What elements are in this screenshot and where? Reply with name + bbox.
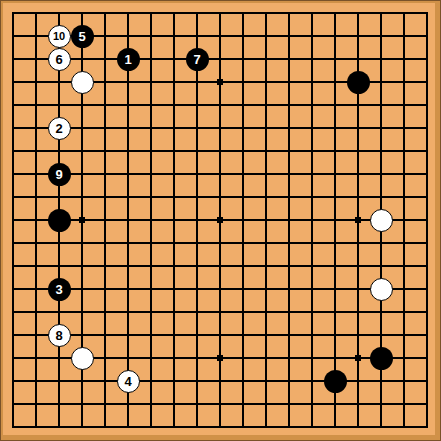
move-number: 10 — [53, 31, 65, 42]
stone-black-setup — [48, 209, 71, 232]
go-board-diagram: 12345678910 — [0, 0, 441, 441]
move-number: 7 — [193, 53, 200, 66]
move-number: 4 — [124, 375, 131, 388]
move-number: 3 — [55, 283, 62, 296]
star-point — [355, 217, 361, 223]
grid-line-vertical — [288, 12, 290, 428]
move-number: 5 — [78, 30, 85, 43]
stone-white-setup — [370, 278, 393, 301]
stone-white-setup — [370, 209, 393, 232]
star-point — [355, 355, 361, 361]
stone-white-move-8: 8 — [48, 324, 71, 347]
stone-black-move-9: 9 — [48, 163, 71, 186]
stone-black-setup — [370, 347, 393, 370]
stone-black-move-1: 1 — [117, 48, 140, 71]
grid-line-vertical — [311, 12, 313, 428]
stone-black-setup — [324, 370, 347, 393]
move-number: 6 — [55, 53, 62, 66]
grid-line-vertical — [334, 12, 336, 428]
star-point — [217, 217, 223, 223]
stone-black-move-5: 5 — [71, 25, 94, 48]
stone-white-move-2: 2 — [48, 117, 71, 140]
grid-line-vertical — [265, 12, 267, 428]
grid-line-horizontal — [12, 242, 428, 244]
stone-black-move-3: 3 — [48, 278, 71, 301]
grid-line-horizontal — [12, 380, 428, 382]
move-number: 9 — [55, 168, 62, 181]
stone-black-setup — [347, 71, 370, 94]
grid-line-horizontal — [12, 403, 428, 405]
grid-line-horizontal — [12, 265, 428, 267]
grid-line-horizontal — [12, 311, 428, 313]
stone-white-move-4: 4 — [117, 370, 140, 393]
star-point — [79, 217, 85, 223]
stone-white-setup — [71, 347, 94, 370]
star-point — [217, 355, 223, 361]
stone-white-move-10: 10 — [48, 25, 71, 48]
grid-line-vertical — [426, 12, 428, 428]
grid-line-horizontal — [12, 426, 428, 428]
move-number: 2 — [55, 122, 62, 135]
stone-white-setup — [71, 71, 94, 94]
star-point — [217, 79, 223, 85]
move-number: 8 — [55, 329, 62, 342]
grid-line-horizontal — [12, 288, 428, 290]
stone-white-move-6: 6 — [48, 48, 71, 71]
grid-line-horizontal — [12, 334, 428, 336]
grid-line-vertical — [242, 12, 244, 428]
stone-black-move-7: 7 — [186, 48, 209, 71]
move-number: 1 — [124, 53, 131, 66]
grid-line-vertical — [403, 12, 405, 428]
